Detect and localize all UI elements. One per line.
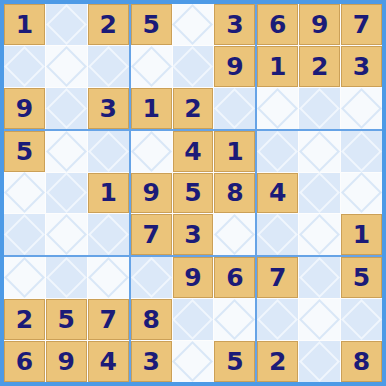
empty-cell-diamond-icon — [88, 46, 129, 87]
cell-r5c8[interactable] — [299, 173, 340, 214]
cell-r6c9[interactable]: 1 — [341, 214, 382, 255]
cell-r7c6[interactable]: 6 — [214, 257, 255, 298]
cell-r3c1[interactable]: 9 — [4, 88, 45, 129]
cell-r9c8[interactable] — [299, 341, 340, 382]
cell-r4c8[interactable] — [299, 131, 340, 172]
cell-r1c7[interactable]: 6 — [257, 4, 298, 45]
given-digit: 7 — [100, 307, 117, 332]
cell-r7c1[interactable] — [4, 257, 45, 298]
empty-cell-diamond-icon — [299, 257, 340, 298]
empty-cell-diamond-icon — [4, 172, 45, 213]
cell-r4c9[interactable] — [341, 131, 382, 172]
cell-r3c2[interactable] — [46, 88, 87, 129]
cell-r7c5[interactable]: 9 — [173, 257, 214, 298]
given-digit: 9 — [142, 180, 159, 205]
empty-cell-diamond-icon — [131, 46, 172, 87]
given-digit: 3 — [353, 54, 370, 79]
empty-cell-diamond-icon — [172, 46, 213, 87]
cell-r5c3[interactable]: 1 — [88, 173, 129, 214]
cell-r1c3[interactable]: 2 — [88, 4, 129, 45]
cell-r3c8[interactable] — [299, 88, 340, 129]
cell-r4c6[interactable]: 1 — [214, 131, 255, 172]
given-digit: 7 — [142, 222, 159, 247]
given-digit: 6 — [226, 265, 243, 290]
cell-r2c5[interactable] — [173, 46, 214, 87]
given-digit: 3 — [100, 96, 117, 121]
cell-r6c3[interactable] — [88, 214, 129, 255]
given-digit: 2 — [16, 307, 33, 332]
cell-r2c1[interactable] — [4, 46, 45, 87]
empty-cell-diamond-icon — [88, 131, 129, 172]
empty-cell-diamond-icon — [299, 299, 340, 340]
cell-r7c9[interactable]: 5 — [341, 257, 382, 298]
cell-r8c3[interactable]: 7 — [88, 299, 129, 340]
cell-r8c6[interactable] — [214, 299, 255, 340]
empty-cell-diamond-icon — [299, 131, 340, 172]
empty-cell-diamond-icon — [46, 88, 87, 129]
given-digit: 5 — [58, 307, 75, 332]
cell-r9c2[interactable]: 9 — [46, 341, 87, 382]
cell-r6c1[interactable] — [4, 214, 45, 255]
empty-cell-diamond-icon — [172, 299, 213, 340]
empty-cell-diamond-icon — [172, 341, 213, 382]
cell-r2c9[interactable]: 3 — [341, 46, 382, 87]
given-digit: 1 — [353, 222, 370, 247]
given-digit: 1 — [142, 96, 159, 121]
cell-r1c1[interactable]: 1 — [4, 4, 45, 45]
given-digit: 1 — [269, 54, 286, 79]
empty-cell-diamond-icon — [341, 131, 382, 172]
empty-cell-diamond-icon — [4, 214, 45, 255]
given-digit: 1 — [100, 180, 117, 205]
cell-r3c5[interactable]: 2 — [173, 88, 214, 129]
given-digit: 8 — [353, 349, 370, 374]
cell-r2c8[interactable]: 2 — [299, 46, 340, 87]
cell-r8c5[interactable] — [173, 299, 214, 340]
cell-r4c4[interactable] — [131, 131, 172, 172]
given-digit: 6 — [16, 349, 33, 374]
empty-cell-diamond-icon — [257, 131, 298, 172]
cell-r8c8[interactable] — [299, 299, 340, 340]
cell-r2c6[interactable]: 9 — [214, 46, 255, 87]
box-2-3: 41 — [257, 131, 382, 256]
cell-r3c9[interactable] — [341, 88, 382, 129]
given-digit: 5 — [226, 349, 243, 374]
empty-cell-diamond-icon — [341, 172, 382, 213]
given-digit: 1 — [16, 12, 33, 37]
box-1-2: 53912 — [131, 4, 256, 129]
box-1-3: 697123 — [257, 4, 382, 129]
cell-r1c9[interactable]: 7 — [341, 4, 382, 45]
empty-cell-diamond-icon — [257, 299, 298, 340]
cell-r6c7[interactable] — [257, 214, 298, 255]
cell-r9c5[interactable] — [173, 341, 214, 382]
cell-r4c5[interactable]: 4 — [173, 131, 214, 172]
box-2-1: 51 — [4, 131, 129, 256]
cell-r5c5[interactable]: 5 — [173, 173, 214, 214]
cell-r6c2[interactable] — [46, 214, 87, 255]
given-digit: 3 — [142, 349, 159, 374]
cell-r4c2[interactable] — [46, 131, 87, 172]
empty-cell-diamond-icon — [257, 214, 298, 255]
cell-r2c2[interactable] — [46, 46, 87, 87]
empty-cell-diamond-icon — [299, 88, 340, 129]
cell-r6c4[interactable]: 7 — [131, 214, 172, 255]
empty-cell-diamond-icon — [88, 214, 129, 255]
cell-r4c7[interactable] — [257, 131, 298, 172]
cell-r9c6[interactable]: 5 — [214, 341, 255, 382]
empty-cell-diamond-icon — [299, 341, 340, 382]
cell-r9c7[interactable]: 2 — [257, 341, 298, 382]
box-3-2: 96835 — [131, 257, 256, 382]
empty-cell-diamond-icon — [46, 214, 87, 255]
given-digit: 2 — [311, 54, 328, 79]
cell-r7c8[interactable] — [299, 257, 340, 298]
cell-r8c1[interactable]: 2 — [4, 299, 45, 340]
cell-r6c6[interactable] — [214, 214, 255, 255]
empty-cell-diamond-icon — [46, 257, 87, 298]
given-digit: 2 — [269, 349, 286, 374]
cell-r3c4[interactable]: 1 — [131, 88, 172, 129]
cell-r6c5[interactable]: 3 — [173, 214, 214, 255]
cell-r8c4[interactable]: 8 — [131, 299, 172, 340]
box-3-3: 7528 — [257, 257, 382, 382]
cell-r9c4[interactable]: 3 — [131, 341, 172, 382]
given-digit: 5 — [353, 265, 370, 290]
given-digit: 6 — [269, 12, 286, 37]
given-digit: 5 — [184, 180, 201, 205]
given-digit: 5 — [16, 139, 33, 164]
given-digit: 9 — [226, 54, 243, 79]
cell-r8c9[interactable] — [341, 299, 382, 340]
cell-r6c8[interactable] — [299, 214, 340, 255]
empty-cell-diamond-icon — [46, 172, 87, 213]
box-2-2: 4195873 — [131, 131, 256, 256]
cell-r9c3[interactable]: 4 — [88, 341, 129, 382]
empty-cell-diamond-icon — [4, 46, 45, 87]
cell-r8c7[interactable] — [257, 299, 298, 340]
cell-r5c4[interactable]: 9 — [131, 173, 172, 214]
empty-cell-diamond-icon — [341, 299, 382, 340]
cell-r5c6[interactable]: 8 — [214, 173, 255, 214]
given-digit: 7 — [269, 265, 286, 290]
cell-r3c3[interactable]: 3 — [88, 88, 129, 129]
given-digit: 2 — [100, 12, 117, 37]
given-digit: 4 — [269, 180, 286, 205]
given-digit: 3 — [226, 12, 243, 37]
given-digit: 8 — [142, 307, 159, 332]
empty-cell-diamond-icon — [88, 257, 129, 298]
empty-cell-diamond-icon — [214, 88, 255, 129]
cell-r7c2[interactable] — [46, 257, 87, 298]
given-digit: 3 — [184, 222, 201, 247]
cell-r9c1[interactable]: 6 — [4, 341, 45, 382]
given-digit: 7 — [353, 12, 370, 37]
cell-r7c3[interactable] — [88, 257, 129, 298]
cell-r3c7[interactable] — [257, 88, 298, 129]
empty-cell-diamond-icon — [46, 4, 87, 45]
cell-r9c9[interactable]: 8 — [341, 341, 382, 382]
empty-cell-diamond-icon — [131, 131, 172, 172]
box-1-1: 1293 — [4, 4, 129, 129]
cell-r2c3[interactable] — [88, 46, 129, 87]
empty-cell-diamond-icon — [46, 46, 87, 87]
empty-cell-diamond-icon — [299, 214, 340, 255]
empty-cell-diamond-icon — [214, 299, 255, 340]
cell-r2c4[interactable] — [131, 46, 172, 87]
given-digit: 2 — [184, 96, 201, 121]
empty-cell-diamond-icon — [46, 131, 87, 172]
cell-r4c3[interactable] — [88, 131, 129, 172]
given-digit: 1 — [226, 139, 243, 164]
cell-r5c1[interactable] — [4, 173, 45, 214]
given-digit: 9 — [16, 96, 33, 121]
given-digit: 4 — [100, 349, 117, 374]
given-digit: 4 — [184, 139, 201, 164]
cell-r2c7[interactable]: 1 — [257, 46, 298, 87]
cell-r8c2[interactable]: 5 — [46, 299, 87, 340]
given-digit: 9 — [311, 12, 328, 37]
empty-cell-diamond-icon — [4, 257, 45, 298]
given-digit: 5 — [142, 12, 159, 37]
cell-r1c8[interactable]: 9 — [299, 4, 340, 45]
cell-r1c6[interactable]: 3 — [214, 4, 255, 45]
cell-r7c7[interactable]: 7 — [257, 257, 298, 298]
empty-cell-diamond-icon — [299, 172, 340, 213]
empty-cell-diamond-icon — [341, 88, 382, 129]
empty-cell-diamond-icon — [257, 88, 298, 129]
given-digit: 8 — [226, 180, 243, 205]
empty-cell-diamond-icon — [172, 4, 213, 45]
empty-cell-diamond-icon — [131, 257, 172, 298]
cell-r7c4[interactable] — [131, 257, 172, 298]
cell-r5c9[interactable] — [341, 173, 382, 214]
cell-r1c4[interactable]: 5 — [131, 4, 172, 45]
cell-r1c2[interactable] — [46, 4, 87, 45]
cell-r4c1[interactable]: 5 — [4, 131, 45, 172]
cell-r5c2[interactable] — [46, 173, 87, 214]
cell-r3c6[interactable] — [214, 88, 255, 129]
box-3-1: 257694 — [4, 257, 129, 382]
empty-cell-diamond-icon — [214, 214, 255, 255]
cell-r5c7[interactable]: 4 — [257, 173, 298, 214]
cell-r1c5[interactable] — [173, 4, 214, 45]
given-digit: 9 — [58, 349, 75, 374]
given-digit: 9 — [184, 265, 201, 290]
sudoku-board: 1293539126971235141958734125769496835752… — [0, 0, 386, 386]
